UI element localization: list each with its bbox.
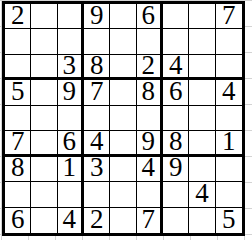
cell-r9c1[interactable]: 6: [5, 208, 31, 233]
cell-r7c8[interactable]: [189, 157, 215, 182]
given-digit: 9: [169, 157, 183, 182]
given-digit: 6: [142, 4, 156, 29]
cell-r8c5[interactable]: [110, 182, 136, 207]
cell-r5c7[interactable]: [163, 106, 189, 131]
given-digit: 1: [63, 157, 77, 182]
cell-r4c5[interactable]: [110, 80, 136, 105]
cell-r5c3[interactable]: [58, 106, 84, 131]
given-digit: 6: [11, 208, 25, 233]
cell-r2c5[interactable]: [110, 29, 136, 54]
cell-r8c6[interactable]: [137, 182, 163, 207]
cell-r4c3[interactable]: 9: [58, 80, 84, 105]
cell-r2c3[interactable]: [58, 29, 84, 54]
cell-r2c7[interactable]: [163, 29, 189, 54]
cell-r4c2[interactable]: [31, 80, 57, 105]
cell-r4c9[interactable]: 4: [216, 80, 242, 105]
cell-r8c8[interactable]: 4: [189, 182, 215, 207]
given-digit: 1: [222, 131, 236, 155]
cell-r8c4[interactable]: [84, 182, 110, 207]
cell-r3c7[interactable]: 4: [163, 55, 189, 80]
given-digit: 4: [142, 157, 156, 182]
cell-r4c7[interactable]: 6: [163, 80, 189, 105]
cell-r8c2[interactable]: [31, 182, 57, 207]
cell-r3c8[interactable]: [189, 55, 215, 80]
cell-r7c9[interactable]: [216, 157, 242, 182]
cell-r2c2[interactable]: [31, 29, 57, 54]
cell-r4c8[interactable]: [189, 80, 215, 105]
cell-r7c4[interactable]: 3: [84, 157, 110, 182]
given-digit: 5: [222, 208, 236, 233]
cell-r6c8[interactable]: [189, 131, 215, 156]
given-digit: 6: [169, 80, 183, 105]
cell-r5c9[interactable]: [216, 106, 242, 131]
sudoku-screen: 2967382459786476498181349464275: [0, 0, 252, 240]
cell-r4c6[interactable]: 8: [137, 80, 163, 105]
cell-r1c6[interactable]: 6: [137, 4, 163, 29]
cell-r6c1[interactable]: 7: [5, 131, 31, 156]
cell-r6c6[interactable]: 9: [137, 131, 163, 156]
given-digit: 4: [90, 131, 104, 155]
cell-r1c7[interactable]: [163, 4, 189, 29]
given-digit: 7: [90, 80, 104, 105]
given-digit: 3: [90, 157, 104, 182]
cell-r6c4[interactable]: 4: [84, 131, 110, 156]
given-digit: 9: [142, 131, 156, 155]
cell-r3c1[interactable]: [5, 55, 31, 80]
cell-r2c6[interactable]: [137, 29, 163, 54]
given-digit: 9: [63, 80, 77, 105]
cell-r3c2[interactable]: [31, 55, 57, 80]
cell-r7c1[interactable]: 8: [5, 157, 31, 182]
cell-r9c4[interactable]: 2: [84, 208, 110, 233]
cell-r9c3[interactable]: 4: [58, 208, 84, 233]
cell-r2c1[interactable]: [5, 29, 31, 54]
cell-r9c5[interactable]: [110, 208, 136, 233]
cell-r4c4[interactable]: 7: [84, 80, 110, 105]
cell-r1c9[interactable]: 7: [216, 4, 242, 29]
cell-r7c2[interactable]: [31, 157, 57, 182]
given-digit: 4: [169, 55, 183, 79]
cell-r1c2[interactable]: [31, 4, 57, 29]
given-digit: 7: [222, 4, 236, 29]
cell-r9c6[interactable]: 7: [137, 208, 163, 233]
sudoku-board: 2967382459786476498181349464275: [2, 1, 245, 236]
cell-r3c3[interactable]: 3: [58, 55, 84, 80]
given-digit: 8: [90, 55, 104, 79]
cell-r9c7[interactable]: [163, 208, 189, 233]
cell-r6c3[interactable]: 6: [58, 131, 84, 156]
cell-r8c1[interactable]: [5, 182, 31, 207]
cell-r8c9[interactable]: [216, 182, 242, 207]
cell-r3c5[interactable]: [110, 55, 136, 80]
given-digit: 8: [11, 157, 25, 182]
cell-r5c2[interactable]: [31, 106, 57, 131]
cell-r6c2[interactable]: [31, 131, 57, 156]
cell-r7c7[interactable]: 9: [163, 157, 189, 182]
given-digit: 2: [90, 208, 104, 233]
cell-r1c1[interactable]: 2: [5, 4, 31, 29]
given-digit: 7: [142, 208, 156, 233]
cell-r5c8[interactable]: [189, 106, 215, 131]
cell-r9c9[interactable]: 5: [216, 208, 242, 233]
cell-r5c4[interactable]: [84, 106, 110, 131]
cell-r7c6[interactable]: 4: [137, 157, 163, 182]
cell-r1c8[interactable]: [189, 4, 215, 29]
cell-r2c8[interactable]: [189, 29, 215, 54]
cell-r7c3[interactable]: 1: [58, 157, 84, 182]
given-digit: 2: [11, 4, 25, 29]
cell-r2c4[interactable]: [84, 29, 110, 54]
cell-r6c5[interactable]: [110, 131, 136, 156]
cell-r8c3[interactable]: [58, 182, 84, 207]
given-digit: 4: [195, 182, 209, 207]
cell-r7c5[interactable]: [110, 157, 136, 182]
given-digit: 5: [11, 80, 25, 105]
given-digit: 6: [63, 131, 77, 155]
given-digit: 3: [63, 55, 77, 79]
given-digit: 8: [142, 80, 156, 105]
cell-r3c6[interactable]: 2: [137, 55, 163, 80]
cell-r6c9[interactable]: 1: [216, 131, 242, 156]
given-digit: 4: [63, 208, 77, 233]
cell-r2c9[interactable]: [216, 29, 242, 54]
given-digit: 7: [11, 131, 25, 155]
cell-r6c7[interactable]: 8: [163, 131, 189, 156]
cell-r3c9[interactable]: [216, 55, 242, 80]
given-digit: 8: [169, 131, 183, 155]
cell-r1c5[interactable]: [110, 4, 136, 29]
given-digit: 2: [142, 55, 156, 79]
cell-r5c1[interactable]: [5, 106, 31, 131]
cell-r4c1[interactable]: 5: [5, 80, 31, 105]
cell-r1c3[interactable]: [58, 4, 84, 29]
cell-r9c2[interactable]: [31, 208, 57, 233]
given-digit: 9: [90, 4, 104, 29]
cell-r5c5[interactable]: [110, 106, 136, 131]
cell-r1c4[interactable]: 9: [84, 4, 110, 29]
given-digit: 4: [222, 80, 236, 105]
cell-r8c7[interactable]: [163, 182, 189, 207]
cell-r9c8[interactable]: [189, 208, 215, 233]
cell-r3c4[interactable]: 8: [84, 55, 110, 80]
cell-r5c6[interactable]: [137, 106, 163, 131]
